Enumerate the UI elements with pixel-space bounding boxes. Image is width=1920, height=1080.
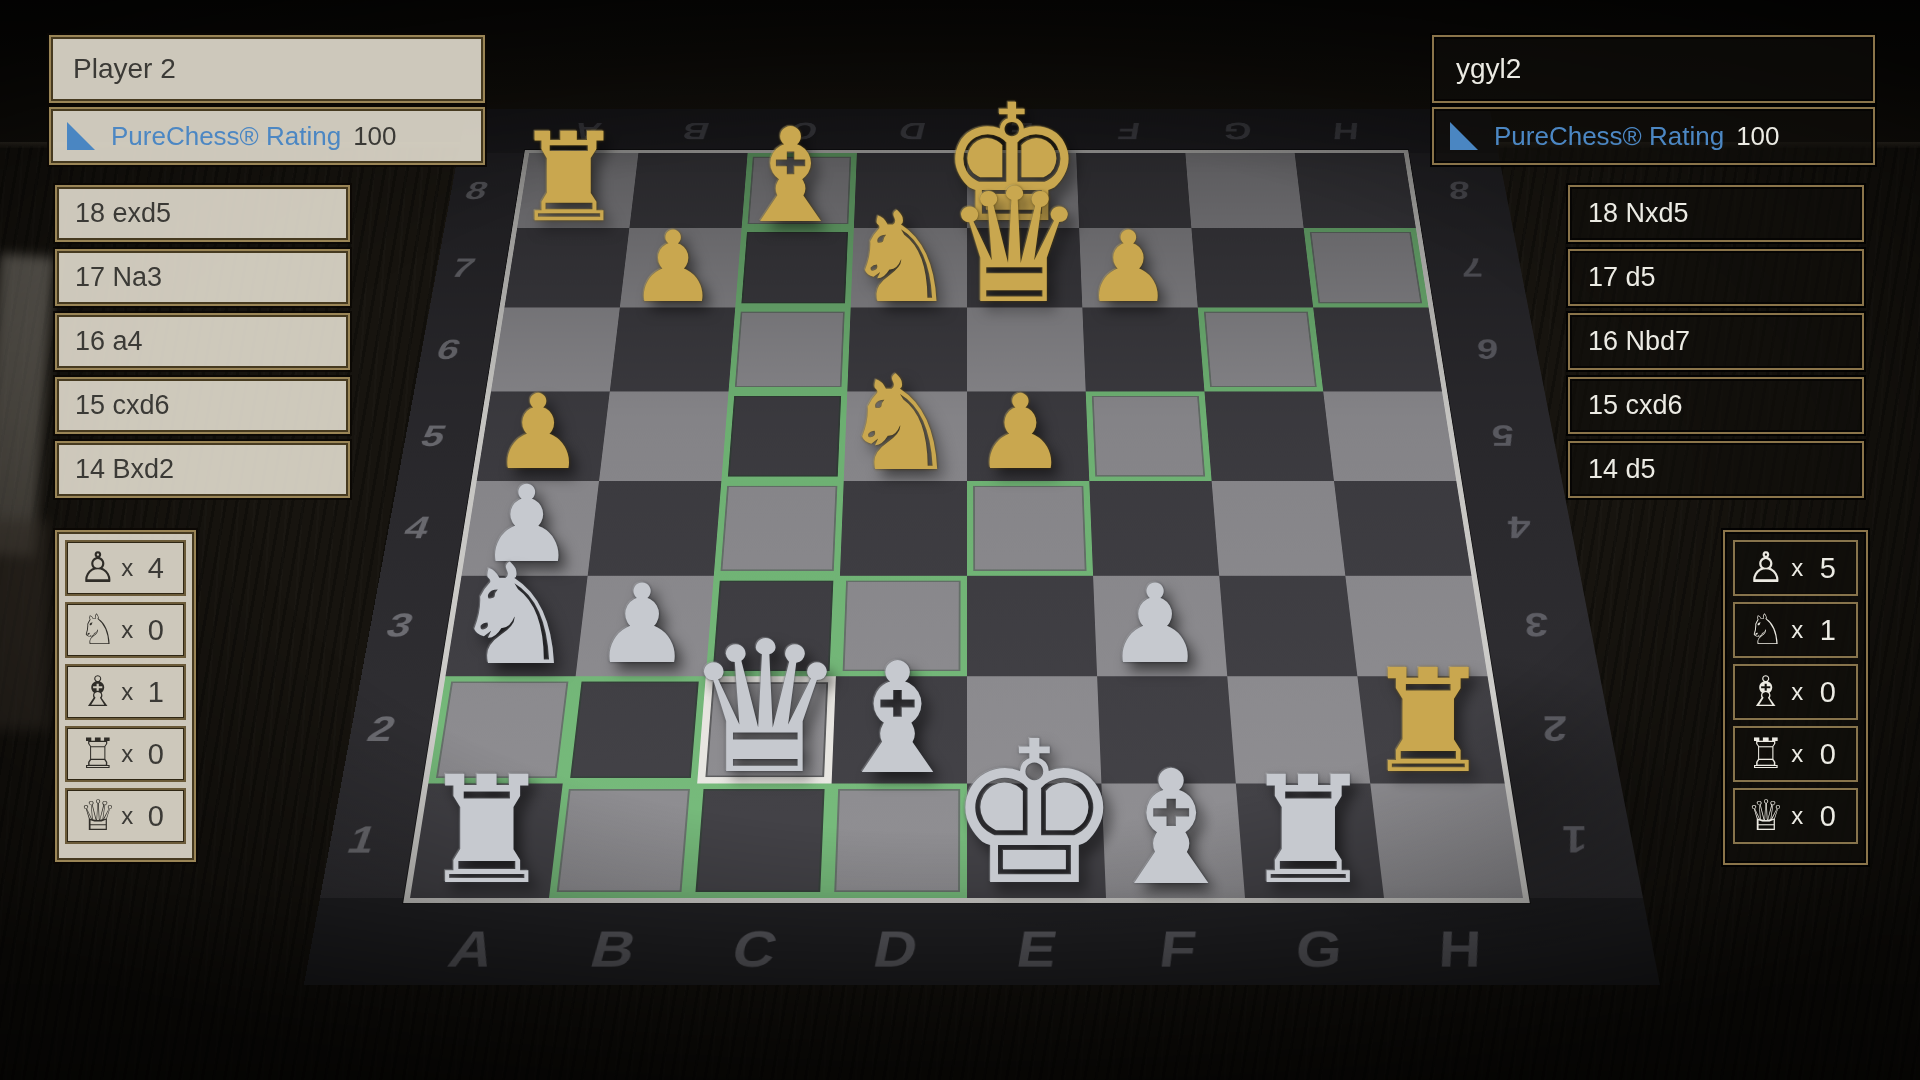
captured-queen-icon: ♕: [79, 795, 117, 837]
square-b5[interactable]: [599, 392, 729, 481]
black-player-name: ygyl2: [1456, 53, 1521, 85]
times-label: x: [1791, 554, 1803, 582]
captured-bishop-icon: ♗: [79, 671, 117, 713]
white-move-entry: 14 Bxd2: [55, 441, 350, 498]
captured-bishop-icon: ♗: [1747, 671, 1785, 713]
times-label: x: [1791, 678, 1803, 706]
purechess-flag-icon: [67, 122, 95, 150]
captured-row-queen: ♕ x 0: [65, 788, 186, 844]
file-label-top-H: H: [1332, 117, 1361, 145]
black-player-name-panel: ygyl2: [1432, 35, 1875, 103]
captured-knight-icon: ♘: [79, 609, 117, 651]
rating-label: PureChess® Rating: [111, 121, 341, 152]
captured-row-knight: ♘ x 0: [65, 602, 186, 658]
black-knight-d7[interactable]: ♞: [845, 195, 957, 320]
purechess-flag-icon: [1450, 122, 1478, 150]
square-h5[interactable]: [1323, 392, 1456, 481]
rank-label-right-1: 1: [1562, 818, 1588, 862]
black-pawn-b7[interactable]: ♟: [629, 218, 717, 316]
file-label-top-G: G: [1222, 117, 1254, 145]
square-g5[interactable]: [1204, 392, 1334, 481]
times-label: x: [1791, 616, 1803, 644]
times-label: x: [121, 802, 133, 830]
square-c6[interactable]: [729, 308, 851, 392]
rank-label-right-2: 2: [1542, 708, 1567, 750]
file-label-bottom-F: F: [1156, 919, 1199, 978]
times-label: x: [121, 678, 133, 706]
black-move-entry: 15 cxd6: [1568, 377, 1864, 434]
white-pawn-f3[interactable]: ♟: [1106, 570, 1204, 679]
rank-label-right-4: 4: [1507, 509, 1531, 546]
captured-row-bishop: ♗ x 1: [65, 664, 186, 720]
times-label: x: [1791, 802, 1803, 830]
black-move-entry: 18 Nxd5: [1568, 185, 1864, 242]
rank-label-left-8: 8: [461, 176, 493, 205]
black-rating-value: 100: [1736, 121, 1779, 152]
rating-label: PureChess® Rating: [1494, 121, 1724, 152]
square-g3[interactable]: [1219, 575, 1357, 676]
times-label: x: [121, 616, 133, 644]
black-rook-a8[interactable]: ♜: [515, 117, 624, 239]
white-queen-c2[interactable]: ♛: [684, 617, 847, 799]
captured-row-knight: ♘ x 1: [1733, 602, 1858, 658]
captured-pawn-count: 4: [138, 552, 164, 585]
black-pawn-f7[interactable]: ♟: [1085, 218, 1173, 316]
black-captured-tray: ♙ x 5 ♘ x 1 ♗ x 0 ♖ x 0 ♕ x 0: [1723, 530, 1868, 865]
square-b4[interactable]: [588, 481, 722, 576]
captured-queen-count: 0: [138, 800, 164, 833]
rank-label-left-3: 3: [381, 606, 419, 645]
rank-label-right-6: 6: [1476, 333, 1499, 366]
captured-rook-icon: ♖: [79, 733, 117, 775]
rank-label-left-4: 4: [399, 509, 436, 546]
black-move-entry: 14 d5: [1568, 441, 1864, 498]
captured-rook-icon: ♖: [1747, 733, 1785, 775]
captured-knight-count: 1: [1810, 614, 1836, 647]
white-player-name-panel: Player 2: [49, 35, 485, 103]
rank-label-right-3: 3: [1524, 606, 1549, 645]
rank-label-left-2: 2: [362, 708, 402, 750]
captured-pawn-count: 5: [1810, 552, 1836, 585]
square-h6[interactable]: [1313, 308, 1442, 392]
square-h8[interactable]: [1295, 153, 1416, 228]
white-rook-g1[interactable]: ♜: [1242, 757, 1375, 905]
square-b1[interactable]: [549, 783, 697, 898]
square-e4[interactable]: [967, 481, 1093, 576]
captured-queen-count: 0: [1810, 800, 1836, 833]
captured-bishop-count: 1: [138, 676, 164, 709]
rank-label-left-5: 5: [416, 418, 452, 453]
black-player-rating-panel: PureChess® Rating 100: [1432, 107, 1875, 165]
black-rook-h2[interactable]: ♜: [1364, 650, 1492, 793]
captured-knight-count: 0: [138, 614, 164, 647]
captured-row-rook: ♖ x 0: [1733, 726, 1858, 782]
captured-knight-icon: ♘: [1747, 609, 1785, 651]
captured-rook-count: 0: [138, 738, 164, 771]
square-e3[interactable]: [967, 575, 1097, 676]
white-rook-a1[interactable]: ♜: [420, 757, 553, 905]
captured-row-rook: ♖ x 0: [65, 726, 186, 782]
black-move-entry: 17 d5: [1568, 249, 1864, 306]
rank-label-left-6: 6: [432, 333, 467, 366]
rank-label-left-1: 1: [341, 818, 382, 862]
square-g7[interactable]: [1191, 228, 1313, 307]
times-label: x: [1791, 740, 1803, 768]
white-move-entry: 18 exd5: [55, 185, 350, 242]
white-move-entry: 16 a4: [55, 313, 350, 370]
captured-bishop-count: 0: [1810, 676, 1836, 709]
square-g4[interactable]: [1211, 481, 1345, 576]
captured-row-pawn: ♙ x 5: [1733, 540, 1858, 596]
white-pawn-b3[interactable]: ♟: [593, 570, 691, 679]
captured-row-pawn: ♙ x 4: [65, 540, 186, 596]
rank-label-right-8: 8: [1448, 176, 1470, 205]
white-king-e1[interactable]: ♚: [946, 716, 1123, 913]
captured-row-queen: ♕ x 0: [1733, 788, 1858, 844]
white-player-rating-panel: PureChess® Rating 100: [49, 107, 485, 165]
white-move-entry: 15 cxd6: [55, 377, 350, 434]
square-f4[interactable]: [1089, 481, 1219, 576]
times-label: x: [121, 554, 133, 582]
white-bishop-f1[interactable]: ♝: [1100, 749, 1242, 907]
file-label-bottom-G: G: [1294, 919, 1345, 978]
square-c5[interactable]: [722, 392, 848, 481]
square-g8[interactable]: [1185, 153, 1303, 228]
captured-rook-count: 0: [1810, 738, 1836, 771]
square-f5[interactable]: [1085, 392, 1211, 481]
white-rating-value: 100: [353, 121, 396, 152]
square-g6[interactable]: [1198, 308, 1324, 392]
square-c4[interactable]: [714, 481, 844, 576]
black-queen-e7[interactable]: ♛: [944, 167, 1086, 325]
black-pawn-e5[interactable]: ♟: [974, 382, 1066, 485]
white-captured-tray: ♙ x 4 ♘ x 0 ♗ x 1 ♖ x 0 ♕ x 0: [55, 530, 196, 862]
captured-queen-icon: ♕: [1747, 795, 1785, 837]
captured-pawn-icon: ♙: [79, 547, 117, 589]
black-bishop-c8[interactable]: ♝: [732, 110, 849, 240]
times-label: x: [121, 740, 133, 768]
black-move-entry: 16 Nbd7: [1568, 313, 1864, 370]
square-h4[interactable]: [1334, 481, 1472, 576]
rank-label-right-7: 7: [1462, 252, 1484, 283]
white-knight-a3[interactable]: ♞: [452, 545, 577, 684]
square-h7[interactable]: [1304, 228, 1429, 307]
captured-pawn-icon: ♙: [1747, 547, 1785, 589]
rank-label-left-7: 7: [447, 252, 480, 283]
rank-label-right-5: 5: [1491, 418, 1514, 453]
file-label-bottom-H: H: [1438, 919, 1483, 978]
white-player-name: Player 2: [73, 53, 176, 85]
black-knight-d5[interactable]: ♞: [841, 358, 958, 489]
captured-row-bishop: ♗ x 0: [1733, 664, 1858, 720]
white-move-entry: 17 Na3: [55, 249, 350, 306]
